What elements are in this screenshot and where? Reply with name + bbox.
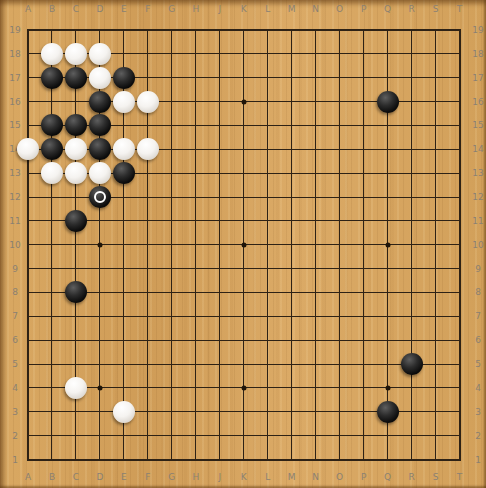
star-point bbox=[97, 242, 102, 247]
stone-white bbox=[89, 67, 111, 89]
stone-white bbox=[17, 138, 39, 160]
stone-black bbox=[377, 91, 399, 113]
board-grid[interactable] bbox=[0, 0, 486, 488]
stone-white bbox=[65, 138, 87, 160]
stone-black bbox=[377, 401, 399, 423]
star-point bbox=[241, 242, 246, 247]
stone-white bbox=[113, 401, 135, 423]
stone-black bbox=[65, 281, 87, 303]
grid-line bbox=[27, 292, 461, 293]
grid-line bbox=[27, 435, 461, 436]
stone-white bbox=[65, 377, 87, 399]
stone-white bbox=[65, 162, 87, 184]
star-point bbox=[97, 385, 102, 390]
star-point bbox=[241, 99, 246, 104]
grid-line bbox=[27, 459, 461, 461]
stone-black bbox=[41, 114, 63, 136]
stone-black bbox=[41, 138, 63, 160]
grid-line bbox=[459, 29, 461, 461]
stone-black bbox=[89, 114, 111, 136]
grid-line bbox=[339, 29, 340, 461]
stone-white bbox=[113, 138, 135, 160]
stone-black bbox=[113, 67, 135, 89]
stone-black bbox=[65, 114, 87, 136]
grid-line bbox=[315, 29, 316, 461]
stone-black bbox=[401, 353, 423, 375]
grid-line bbox=[411, 29, 412, 461]
grid-line bbox=[27, 340, 461, 341]
stone-white bbox=[41, 43, 63, 65]
grid-line bbox=[363, 29, 364, 461]
stone-black bbox=[113, 162, 135, 184]
last-move-marker bbox=[94, 191, 106, 203]
grid-line bbox=[435, 29, 436, 461]
star-point bbox=[385, 385, 390, 390]
grid-line bbox=[27, 364, 461, 365]
stone-white bbox=[89, 43, 111, 65]
grid-line bbox=[291, 29, 292, 461]
stone-white bbox=[137, 91, 159, 113]
stone-black bbox=[65, 67, 87, 89]
stone-white bbox=[65, 43, 87, 65]
stone-black bbox=[41, 67, 63, 89]
go-board[interactable]: ABCDEFGHJKLMNOPQRST ABCDEFGHJKLMNOPQRST … bbox=[0, 0, 486, 488]
stone-black bbox=[89, 91, 111, 113]
stone-black bbox=[89, 138, 111, 160]
grid-line bbox=[27, 268, 461, 269]
stone-white bbox=[89, 162, 111, 184]
star-point bbox=[385, 242, 390, 247]
grid-line bbox=[267, 29, 268, 461]
stone-white bbox=[137, 138, 159, 160]
stone-white bbox=[41, 162, 63, 184]
star-point bbox=[241, 385, 246, 390]
grid-line bbox=[27, 316, 461, 317]
stone-white bbox=[113, 91, 135, 113]
stone-black bbox=[65, 210, 87, 232]
stone-black bbox=[89, 186, 111, 208]
